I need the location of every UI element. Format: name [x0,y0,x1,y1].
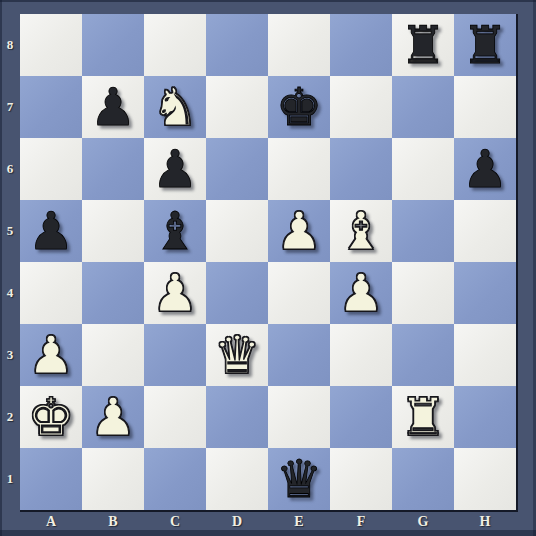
piece-white-pawn[interactable]: ♟ [20,324,82,386]
file-label-g: G [392,512,454,532]
square-c3[interactable] [144,324,206,386]
rank-label-1: 1 [0,448,20,510]
square-a2[interactable]: ♚ [20,386,82,448]
square-f5[interactable]: ♝ [330,200,392,262]
square-h6[interactable]: ♟ [454,138,516,200]
square-e1[interactable]: ♛ [268,448,330,510]
square-f6[interactable] [330,138,392,200]
piece-black-queen[interactable]: ♛ [268,448,330,510]
square-g5[interactable] [392,200,454,262]
file-labels: ABCDEFGH [20,512,516,532]
square-e8[interactable] [268,14,330,76]
rank-labels: 87654321 [0,14,20,510]
square-a5[interactable]: ♟ [20,200,82,262]
square-h4[interactable] [454,262,516,324]
square-h2[interactable] [454,386,516,448]
piece-black-rook[interactable]: ♜ [392,14,454,76]
square-g4[interactable] [392,262,454,324]
piece-white-pawn[interactable]: ♟ [82,386,144,448]
square-f8[interactable] [330,14,392,76]
square-b4[interactable] [82,262,144,324]
piece-white-bishop[interactable]: ♝ [330,200,392,262]
rank-label-7: 7 [0,76,20,138]
piece-white-king[interactable]: ♚ [20,386,82,448]
square-b7[interactable]: ♟ [82,76,144,138]
piece-black-pawn[interactable]: ♟ [20,200,82,262]
square-b8[interactable] [82,14,144,76]
square-d1[interactable] [206,448,268,510]
piece-black-pawn[interactable]: ♟ [454,138,516,200]
piece-white-queen[interactable]: ♛ [206,324,268,386]
rank-label-5: 5 [0,200,20,262]
square-d2[interactable] [206,386,268,448]
square-b2[interactable]: ♟ [82,386,144,448]
square-c6[interactable]: ♟ [144,138,206,200]
file-label-d: D [206,512,268,532]
square-d8[interactable] [206,14,268,76]
file-label-e: E [268,512,330,532]
square-g7[interactable] [392,76,454,138]
square-a4[interactable] [20,262,82,324]
square-e2[interactable] [268,386,330,448]
file-label-f: F [330,512,392,532]
rank-label-2: 2 [0,386,20,448]
square-g2[interactable]: ♜ [392,386,454,448]
rank-label-3: 3 [0,324,20,386]
square-d4[interactable] [206,262,268,324]
square-a8[interactable] [20,14,82,76]
rank-label-8: 8 [0,14,20,76]
square-e4[interactable] [268,262,330,324]
square-d3[interactable]: ♛ [206,324,268,386]
square-g3[interactable] [392,324,454,386]
square-h1[interactable] [454,448,516,510]
piece-white-rook[interactable]: ♜ [392,386,454,448]
chess-diagram: 87654321 ♜♜♟♞♚♟♟♟♝♟♝♟♟♟♛♚♟♜♛ ABCDEFGH [0,0,536,536]
square-c2[interactable] [144,386,206,448]
square-d5[interactable] [206,200,268,262]
square-c1[interactable] [144,448,206,510]
square-a1[interactable] [20,448,82,510]
square-h8[interactable]: ♜ [454,14,516,76]
rank-label-4: 4 [0,262,20,324]
square-d7[interactable] [206,76,268,138]
file-label-a: A [20,512,82,532]
square-b3[interactable] [82,324,144,386]
piece-white-pawn[interactable]: ♟ [268,200,330,262]
piece-black-king[interactable]: ♚ [268,76,330,138]
file-label-h: H [454,512,516,532]
piece-black-rook[interactable]: ♜ [454,14,516,76]
square-e5[interactable]: ♟ [268,200,330,262]
square-d6[interactable] [206,138,268,200]
square-f1[interactable] [330,448,392,510]
square-h3[interactable] [454,324,516,386]
square-g1[interactable] [392,448,454,510]
square-h5[interactable] [454,200,516,262]
square-e3[interactable] [268,324,330,386]
square-f4[interactable]: ♟ [330,262,392,324]
square-a3[interactable]: ♟ [20,324,82,386]
file-label-b: B [82,512,144,532]
square-f2[interactable] [330,386,392,448]
rank-label-6: 6 [0,138,20,200]
square-h7[interactable] [454,76,516,138]
piece-black-bishop[interactable]: ♝ [144,200,206,262]
square-b5[interactable] [82,200,144,262]
square-e6[interactable] [268,138,330,200]
square-g8[interactable]: ♜ [392,14,454,76]
square-b6[interactable] [82,138,144,200]
piece-white-knight[interactable]: ♞ [144,76,206,138]
piece-white-pawn[interactable]: ♟ [144,262,206,324]
square-e7[interactable]: ♚ [268,76,330,138]
square-g6[interactable] [392,138,454,200]
square-c8[interactable] [144,14,206,76]
square-a6[interactable] [20,138,82,200]
square-a7[interactable] [20,76,82,138]
file-label-c: C [144,512,206,532]
square-c4[interactable]: ♟ [144,262,206,324]
square-c5[interactable]: ♝ [144,200,206,262]
square-b1[interactable] [82,448,144,510]
square-f7[interactable] [330,76,392,138]
piece-black-pawn[interactable]: ♟ [144,138,206,200]
chess-board[interactable]: ♜♜♟♞♚♟♟♟♝♟♝♟♟♟♛♚♟♜♛ [20,14,518,512]
square-c7[interactable]: ♞ [144,76,206,138]
square-f3[interactable] [330,324,392,386]
piece-black-pawn[interactable]: ♟ [82,76,144,138]
piece-white-pawn[interactable]: ♟ [330,262,392,324]
